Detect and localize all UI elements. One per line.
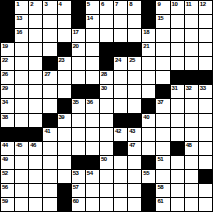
cell-r13c10[interactable] [128,170,141,183]
cell-r4c5 [58,43,71,56]
cell-r6c9[interactable] [114,71,127,84]
clue-number: 10 [172,1,178,8]
clue-number: 42 [115,128,121,135]
cell-r7c5[interactable] [58,85,71,98]
clue-number: 57 [73,184,79,191]
clue-number: 34 [2,99,8,106]
cell-r13c5[interactable] [58,170,71,183]
cell-r13c3[interactable] [29,170,42,183]
cell-r5c3[interactable] [29,57,42,70]
cell-r15c15[interactable] [199,198,212,211]
cell-r12c7 [86,156,99,169]
cell-r13c6[interactable]: 53 [72,170,85,183]
clue-number: 41 [44,128,50,135]
cell-r15c7[interactable] [86,198,99,211]
cell-r11c15[interactable] [199,142,212,155]
cell-r9c2[interactable] [15,114,28,127]
clue-number: 31 [172,85,178,92]
cell-r4c11[interactable]: 21 [142,43,155,56]
crossword-grid: 1234567891011121314151617181920212223242… [0,0,213,212]
cell-r1c7[interactable]: 5 [86,1,99,14]
cell-r3c7[interactable] [86,29,99,42]
cell-r1c2[interactable]: 1 [15,1,28,14]
clue-number: 43 [129,128,135,135]
cell-r15c12[interactable]: 61 [156,198,169,211]
clue-number: 11 [186,1,191,8]
cell-r12c6 [72,156,85,169]
cell-r8c14[interactable] [185,99,198,112]
cell-r4c2[interactable] [15,43,28,56]
clue-number: 61 [157,198,163,205]
cell-r8c3[interactable] [29,99,42,112]
cell-r15c3[interactable] [29,198,42,211]
cell-r15c13[interactable] [171,198,184,211]
cell-r14c8[interactable] [100,184,113,197]
cell-r8c6[interactable]: 35 [72,99,85,112]
cell-r12c3[interactable] [29,156,42,169]
cell-r14c15[interactable] [199,184,212,197]
cell-r14c6[interactable]: 57 [72,184,85,197]
cell-r6c2[interactable] [15,71,28,84]
clue-number: 60 [73,198,79,205]
cell-r14c12[interactable]: 58 [156,184,169,197]
cell-r7c1[interactable]: 29 [1,85,14,98]
cell-r5c5[interactable]: 23 [58,57,71,70]
cell-r8c1[interactable]: 34 [1,99,14,112]
cell-r11c9 [114,142,127,155]
cell-r12c10[interactable] [128,156,141,169]
cell-r10c13[interactable] [171,128,184,141]
cell-r6c7[interactable] [86,71,99,84]
cell-r11c13 [171,142,184,155]
cell-r6c3[interactable] [29,71,42,84]
cell-r7c3[interactable] [29,85,42,98]
cell-r10c1 [1,128,14,141]
cell-r14c4[interactable] [43,184,56,197]
cell-r15c11 [142,198,155,211]
clue-number: 21 [143,43,149,50]
clue-number: 35 [73,99,79,106]
cell-r5c10[interactable]: 25 [128,57,141,70]
cell-r7c4[interactable] [43,85,56,98]
cell-r15c1[interactable]: 59 [1,198,14,211]
clue-number: 23 [59,57,65,64]
cell-r14c11 [142,184,155,197]
cell-r3c5[interactable] [58,29,71,42]
cell-r12c4[interactable] [43,156,56,169]
cell-r13c12[interactable] [156,170,169,183]
cell-r4c7[interactable] [86,43,99,56]
cell-r12c5[interactable] [58,156,71,169]
cell-r14c3[interactable] [29,184,42,197]
clue-number: 38 [2,114,8,121]
cell-r7c10[interactable] [128,85,141,98]
clue-number: 14 [87,15,93,22]
clue-number: 3 [44,1,47,8]
cell-r3c8[interactable] [100,29,113,42]
cell-r1c5[interactable]: 4 [58,1,71,14]
cell-r13c8[interactable] [100,170,113,183]
cell-r12c14[interactable] [185,156,198,169]
cell-r4c3[interactable] [29,43,42,56]
cell-r2c2[interactable]: 13 [15,15,28,28]
cell-r9c8[interactable] [100,114,113,127]
clue-number: 16 [16,29,22,36]
cell-r7c12 [156,85,169,98]
cell-r10c7[interactable] [86,128,99,141]
clue-number: 26 [2,71,8,78]
cell-r2c8[interactable] [100,15,113,28]
cell-r4c9 [114,43,127,56]
cell-r4c15[interactable] [199,43,212,56]
cell-r2c11 [142,15,155,28]
cell-r6c11[interactable] [142,71,155,84]
cell-r6c13 [171,71,184,84]
clue-number: 8 [129,1,132,8]
cell-r6c12[interactable] [156,71,169,84]
clue-number: 33 [200,85,206,92]
clue-number: 48 [186,142,192,149]
cell-r7c9[interactable] [114,85,127,98]
cell-r15c8[interactable] [100,198,113,211]
cell-r3c3[interactable] [29,29,42,42]
clue-number: 55 [143,170,149,177]
cell-r10c10[interactable]: 43 [128,128,141,141]
cell-r12c11 [142,156,155,169]
cell-r1c1 [1,1,14,14]
cell-r12c1[interactable]: 49 [1,156,14,169]
cell-r10c6[interactable] [72,128,85,141]
cell-r9c1[interactable]: 38 [1,114,14,127]
cell-r9c9 [114,114,127,127]
cell-r5c1[interactable]: 22 [1,57,14,70]
clue-number: 18 [143,29,149,36]
clue-number: 36 [87,99,93,106]
cell-r1c11 [142,1,155,14]
cell-r6c14 [185,71,198,84]
cell-r7c14[interactable]: 32 [185,85,198,98]
cell-r9c13[interactable] [171,114,184,127]
cell-r14c1[interactable]: 56 [1,184,14,197]
cell-r2c5[interactable] [58,15,71,28]
cell-r2c15[interactable] [199,15,212,28]
clue-number: 40 [143,114,149,121]
cell-r4c10 [128,43,141,56]
cell-r4c1[interactable]: 19 [1,43,14,56]
cell-r2c4[interactable] [43,15,56,28]
cell-r15c9[interactable] [114,198,127,211]
cell-r10c9[interactable]: 42 [114,128,127,141]
cell-r1c14[interactable]: 11 [185,1,198,14]
cell-r6c4[interactable]: 27 [43,71,56,84]
clue-number: 52 [2,170,8,177]
clue-number: 4 [59,1,62,8]
cell-r10c8[interactable] [100,128,113,141]
cell-r13c9[interactable] [114,170,127,183]
clue-number: 7 [115,1,118,8]
cell-r4c6[interactable]: 20 [72,43,85,56]
cell-r11c1[interactable]: 44 [1,142,14,155]
clue-number: 29 [2,85,8,92]
clue-number: 13 [16,15,22,22]
cell-r4c8 [100,43,113,56]
cell-r13c15 [199,170,212,183]
clue-number: 17 [73,29,79,36]
cell-r10c11[interactable] [142,128,155,141]
cell-r11c7[interactable] [86,142,99,155]
cell-r1c12[interactable]: 9 [156,1,169,14]
cell-r5c7[interactable] [86,57,99,70]
cell-r11c2[interactable]: 45 [15,142,28,155]
clue-number: 24 [115,57,121,64]
clue-number: 47 [129,142,135,149]
cell-r10c4[interactable]: 41 [43,128,56,141]
cell-r9c15[interactable] [199,114,212,127]
cell-r10c14[interactable] [185,128,198,141]
cell-r15c10[interactable] [128,198,141,211]
cell-r5c4 [43,57,56,70]
cell-r9c6[interactable] [72,114,85,127]
cell-r2c12[interactable]: 15 [156,15,169,28]
cell-r14c10[interactable] [128,184,141,197]
cell-r10c2 [15,128,28,141]
cell-r3c10[interactable] [128,29,141,42]
clue-number: 44 [2,142,8,149]
clue-number: 2 [30,1,33,8]
cell-r11c12[interactable] [156,142,169,155]
cell-r3c15[interactable] [199,29,212,42]
cell-r5c11[interactable] [142,57,155,70]
cell-r12c13[interactable] [171,156,184,169]
cell-r9c11[interactable]: 40 [142,114,155,127]
cell-r12c9[interactable] [114,156,127,169]
cell-r6c6[interactable] [72,71,85,84]
cell-r1c6 [72,1,85,14]
cell-r11c5[interactable] [58,142,71,155]
cell-r11c4[interactable] [43,142,56,155]
clue-number: 49 [2,156,8,163]
cell-r3c14[interactable] [185,29,198,42]
cell-r1c9[interactable]: 7 [114,1,127,14]
cell-r3c2[interactable]: 16 [15,29,28,42]
clue-number: 12 [200,1,206,8]
cell-r9c7[interactable] [86,114,99,127]
cell-r6c8[interactable]: 28 [100,71,113,84]
cell-r2c14[interactable] [185,15,198,28]
clue-number: 9 [157,1,160,8]
cell-r14c7[interactable] [86,184,99,197]
clue-number: 37 [157,99,163,106]
clue-number: 54 [87,170,93,177]
clue-number: 6 [101,1,104,8]
clue-number: 53 [73,170,79,177]
cell-r2c13[interactable] [171,15,184,28]
cell-r1c10[interactable]: 8 [128,1,141,14]
cell-r8c10[interactable] [128,99,141,112]
cell-r8c11 [142,99,155,112]
cell-r13c14[interactable] [185,170,198,183]
cell-r6c10[interactable] [128,71,141,84]
cell-r4c12[interactable] [156,43,169,56]
cell-r5c6[interactable] [72,57,85,70]
cell-r2c10[interactable] [128,15,141,28]
clue-number: 59 [2,198,8,205]
cell-r7c2[interactable] [15,85,28,98]
cell-r15c6[interactable]: 60 [72,198,85,211]
cell-r8c9[interactable] [114,99,127,112]
cell-r14c9[interactable] [114,184,127,197]
cell-r2c7[interactable]: 14 [86,15,99,28]
cell-r11c3[interactable]: 46 [29,142,42,155]
clue-number: 50 [101,156,107,163]
crossword-board: 1234567891011121314151617181920212223242… [0,0,213,212]
cell-r5c8 [100,57,113,70]
cell-r8c5 [58,99,71,112]
clue-number: 27 [44,71,50,78]
cell-r13c2[interactable] [15,170,28,183]
cell-r13c11[interactable]: 55 [142,170,155,183]
clue-number: 20 [73,43,79,50]
cell-r3c6[interactable]: 17 [72,29,85,42]
cell-r9c5[interactable]: 39 [58,114,71,127]
cell-r14c13[interactable] [171,184,184,197]
cell-r12c15[interactable] [199,156,212,169]
cell-r8c12[interactable]: 37 [156,99,169,112]
cell-r3c4[interactable] [43,29,56,42]
cell-r7c15[interactable]: 33 [199,85,212,98]
cell-r14c5 [58,184,71,197]
cell-r3c13[interactable] [171,29,184,42]
clue-number: 25 [129,57,135,64]
clue-number: 19 [2,43,8,50]
cell-r6c5[interactable] [58,71,71,84]
cell-r7c7 [86,85,99,98]
cell-r3c12[interactable] [156,29,169,42]
cell-r15c2[interactable] [15,198,28,211]
clue-number: 39 [59,114,65,121]
cell-r8c7[interactable]: 36 [86,99,99,112]
cell-r1c15[interactable]: 12 [199,1,212,14]
cell-r8c4[interactable] [43,99,56,112]
clue-number: 22 [2,57,8,64]
cell-r13c4[interactable] [43,170,56,183]
clue-number: 58 [157,184,163,191]
cell-r3c1 [1,29,14,42]
cell-r10c15[interactable] [199,128,212,141]
cell-r9c12[interactable] [156,114,169,127]
cell-r13c7[interactable]: 54 [86,170,99,183]
clue-number: 51 [157,156,163,163]
cell-r8c13[interactable] [171,99,184,112]
cell-r7c8[interactable]: 30 [100,85,113,98]
cell-r4c14[interactable] [185,43,198,56]
cell-r1c8[interactable]: 6 [100,1,113,14]
cell-r1c13[interactable]: 10 [171,1,184,14]
cell-r5c14[interactable] [185,57,198,70]
cell-r12c12[interactable]: 51 [156,156,169,169]
cell-r7c13[interactable]: 31 [171,85,184,98]
cell-r5c12[interactable] [156,57,169,70]
cell-r11c6[interactable] [72,142,85,155]
clue-number: 5 [87,1,90,8]
cell-r2c6 [72,15,85,28]
clue-number: 46 [30,142,36,149]
cell-r4c4[interactable] [43,43,56,56]
clue-number: 30 [101,85,107,92]
cell-r15c4[interactable] [43,198,56,211]
cell-r11c10[interactable]: 47 [128,142,141,155]
cell-r1c4[interactable]: 3 [43,1,56,14]
clue-number: 1 [16,1,19,8]
cell-r11c14[interactable]: 48 [185,142,198,155]
cell-r9c3[interactable] [29,114,42,127]
cell-r5c2[interactable] [15,57,28,70]
cell-r4c13[interactable] [171,43,184,56]
cell-r3c11[interactable]: 18 [142,29,155,42]
cell-r7c6 [72,85,85,98]
cell-r2c1 [1,15,14,28]
cell-r6c15 [199,71,212,84]
cell-r13c1[interactable]: 52 [1,170,14,183]
cell-r9c4 [43,114,56,127]
cell-r10c12[interactable] [156,128,169,141]
clue-number: 15 [157,15,163,22]
cell-r2c3[interactable] [29,15,42,28]
cell-r3c9[interactable] [114,29,127,42]
cell-r11c8[interactable] [100,142,113,155]
cell-r8c8[interactable] [100,99,113,112]
cell-r14c14[interactable] [185,184,198,197]
cell-r11c11[interactable] [142,142,155,155]
cell-r10c5[interactable] [58,128,71,141]
cell-r7c11[interactable] [142,85,155,98]
clue-number: 28 [101,71,107,78]
cell-r5c15[interactable] [199,57,212,70]
cell-r10c3 [29,128,42,141]
cell-r8c15[interactable] [199,99,212,112]
cell-r14c2[interactable] [15,184,28,197]
cell-r2c9[interactable] [114,15,127,28]
cell-r15c14[interactable] [185,198,198,211]
clue-number: 32 [186,85,192,92]
cell-r9c10 [128,114,141,127]
cell-r8c2[interactable] [15,99,28,112]
cell-r5c9[interactable]: 24 [114,57,127,70]
cell-r9c14[interactable] [185,114,198,127]
cell-r6c1[interactable]: 26 [1,71,14,84]
cell-r1c3[interactable]: 2 [29,1,42,14]
cell-r13c13[interactable] [171,170,184,183]
cell-r12c2[interactable] [15,156,28,169]
cell-r15c5 [58,198,71,211]
cell-r5c13[interactable] [171,57,184,70]
clue-number: 45 [16,142,22,149]
cell-r12c8[interactable]: 50 [100,156,113,169]
clue-number: 56 [2,184,8,191]
